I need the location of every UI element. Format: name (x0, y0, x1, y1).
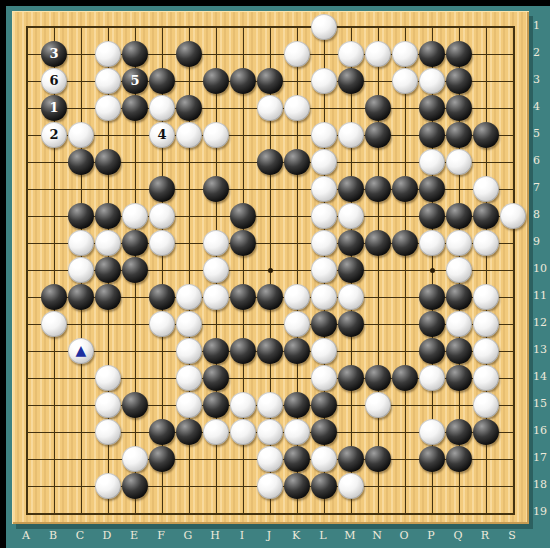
stone-black[interactable] (365, 176, 391, 202)
window-frame-top (0, 0, 550, 6)
stone-white[interactable] (284, 41, 310, 67)
stone-black[interactable] (284, 473, 310, 499)
coordinate-label-row: 4 (530, 100, 550, 113)
stone-white[interactable] (257, 446, 283, 472)
stone-black[interactable] (392, 230, 418, 256)
coordinate-label-column: B (45, 529, 61, 542)
window-frame-left (0, 0, 6, 548)
stone-black[interactable] (446, 41, 472, 67)
move-number-label: 6 (41, 68, 67, 94)
stone-white[interactable] (230, 392, 256, 418)
coordinate-label-row: 10 (530, 262, 550, 275)
coordinate-label-column: L (315, 529, 331, 542)
stone-white[interactable] (338, 284, 364, 310)
stone-black[interactable] (122, 41, 148, 67)
stone-white[interactable] (68, 122, 94, 148)
coordinate-label-column: R (477, 529, 493, 542)
move-number-label: 3 (41, 41, 67, 67)
stone-black[interactable] (338, 311, 364, 337)
stone-white[interactable] (311, 68, 337, 94)
stone-black[interactable] (257, 284, 283, 310)
stone-black[interactable] (419, 122, 445, 148)
stone-white[interactable]: 4 (149, 122, 175, 148)
coordinate-label-row: 8 (530, 208, 550, 221)
coordinate-label-row: 6 (530, 154, 550, 167)
stone-black[interactable] (419, 311, 445, 337)
stone-black[interactable] (149, 68, 175, 94)
stone-white[interactable] (338, 203, 364, 229)
stone-white[interactable] (473, 176, 499, 202)
stone-white[interactable] (257, 95, 283, 121)
stone-black[interactable] (122, 473, 148, 499)
stone-black[interactable] (338, 257, 364, 283)
stone-black[interactable] (149, 446, 175, 472)
stone-white[interactable] (176, 122, 202, 148)
stone-white[interactable] (95, 95, 121, 121)
stone-black[interactable] (419, 446, 445, 472)
stone-white[interactable] (311, 203, 337, 229)
coordinate-label-row: 17 (530, 451, 550, 464)
coordinate-label-column: J (261, 529, 277, 542)
move-number-label: 1 (41, 95, 67, 121)
stone-white[interactable] (392, 41, 418, 67)
stone-black[interactable] (203, 392, 229, 418)
coordinate-label-row: 15 (530, 397, 550, 410)
stone-black[interactable] (149, 419, 175, 445)
stone-white[interactable] (338, 41, 364, 67)
stone-white[interactable] (473, 365, 499, 391)
stone-black[interactable] (95, 203, 121, 229)
stone-black[interactable] (203, 68, 229, 94)
stone-white[interactable] (95, 41, 121, 67)
stone-white[interactable] (257, 473, 283, 499)
coordinate-label-row: 5 (530, 127, 550, 140)
stone-black[interactable] (338, 230, 364, 256)
stone-black[interactable] (365, 446, 391, 472)
stone-black[interactable] (122, 230, 148, 256)
stone-black[interactable] (419, 95, 445, 121)
stone-black[interactable] (311, 392, 337, 418)
coordinate-label-column: O (396, 529, 412, 542)
stone-black[interactable] (446, 446, 472, 472)
stone-white[interactable] (122, 203, 148, 229)
stone-black[interactable] (419, 41, 445, 67)
move-number-label: 4 (149, 122, 175, 148)
stone-white[interactable] (176, 284, 202, 310)
coordinate-label-row: 3 (530, 73, 550, 86)
stone-white[interactable] (446, 257, 472, 283)
coordinate-label-column: Q (450, 529, 466, 542)
stone-white[interactable] (257, 419, 283, 445)
stone-black[interactable] (257, 68, 283, 94)
stone-black[interactable] (230, 203, 256, 229)
stone-black[interactable] (203, 176, 229, 202)
coordinate-label-row: 7 (530, 181, 550, 194)
stone-white[interactable] (203, 419, 229, 445)
stone-black[interactable] (95, 284, 121, 310)
move-number-label: 2 (41, 122, 67, 148)
stone-white[interactable] (149, 230, 175, 256)
stone-white[interactable] (257, 392, 283, 418)
stone-black[interactable] (122, 95, 148, 121)
move-number-label: 5 (122, 68, 148, 94)
stone-white[interactable] (311, 446, 337, 472)
stone-white[interactable] (95, 419, 121, 445)
stone-white[interactable] (284, 311, 310, 337)
stone-black[interactable] (446, 284, 472, 310)
stone-black[interactable] (230, 338, 256, 364)
stone-white[interactable] (41, 311, 67, 337)
stone-black[interactable] (284, 446, 310, 472)
stone-white[interactable]: ▲ (68, 338, 94, 364)
stone-white[interactable] (311, 230, 337, 256)
stone-black[interactable] (230, 68, 256, 94)
coordinate-label-column: H (207, 529, 223, 542)
coordinate-label-column: C (72, 529, 88, 542)
stone-white[interactable] (473, 338, 499, 364)
coordinate-label-row: 1 (530, 19, 550, 32)
stone-white[interactable] (311, 338, 337, 364)
stone-black[interactable] (284, 392, 310, 418)
stone-black[interactable] (419, 176, 445, 202)
stone-white[interactable] (419, 419, 445, 445)
stone-black[interactable] (365, 95, 391, 121)
stone-white[interactable] (365, 392, 391, 418)
stone-black[interactable] (446, 419, 472, 445)
stone-white[interactable] (473, 230, 499, 256)
stone-white[interactable] (284, 95, 310, 121)
stone-black[interactable] (257, 149, 283, 175)
stone-white[interactable] (68, 230, 94, 256)
stone-black[interactable] (176, 419, 202, 445)
stone-white[interactable] (338, 473, 364, 499)
stone-black[interactable] (257, 338, 283, 364)
stone-black[interactable] (392, 365, 418, 391)
stone-white[interactable] (203, 284, 229, 310)
stone-white[interactable] (284, 419, 310, 445)
stone-white[interactable] (311, 149, 337, 175)
coordinate-label-row: 14 (530, 370, 550, 383)
app-background: { "game": "go", "board_size": 19, "posit… (0, 0, 550, 548)
stone-black[interactable] (68, 149, 94, 175)
stone-white[interactable] (95, 230, 121, 256)
stone-black[interactable] (95, 149, 121, 175)
stone-black[interactable] (284, 149, 310, 175)
stone-black[interactable] (203, 365, 229, 391)
stone-white[interactable] (419, 149, 445, 175)
stone-white[interactable] (149, 203, 175, 229)
stone-black[interactable] (446, 68, 472, 94)
coordinate-label-column: I (234, 529, 250, 542)
stone-black[interactable] (41, 284, 67, 310)
coordinate-label-row: 12 (530, 316, 550, 329)
stone-black[interactable] (338, 446, 364, 472)
coordinate-label-column: A (18, 529, 34, 542)
coordinate-label-column: D (99, 529, 115, 542)
stone-white[interactable] (176, 392, 202, 418)
coordinate-label-column: F (153, 529, 169, 542)
coordinate-label-column: M (342, 529, 358, 542)
stone-white[interactable] (176, 338, 202, 364)
stone-black[interactable]: 5 (122, 68, 148, 94)
stone-white[interactable] (311, 122, 337, 148)
stone-white[interactable]: 6 (41, 68, 67, 94)
stone-white[interactable] (311, 176, 337, 202)
stone-black[interactable] (392, 176, 418, 202)
stone-black[interactable] (446, 95, 472, 121)
stone-black[interactable] (473, 419, 499, 445)
stone-white[interactable] (176, 365, 202, 391)
stone-black[interactable] (203, 338, 229, 364)
stone-black[interactable] (419, 284, 445, 310)
stone-white[interactable] (95, 68, 121, 94)
stone-white[interactable] (284, 284, 310, 310)
coordinate-label-column: N (369, 529, 385, 542)
stone-black[interactable] (176, 95, 202, 121)
stone-black[interactable] (149, 176, 175, 202)
stone-black[interactable] (365, 230, 391, 256)
stone-white[interactable] (122, 446, 148, 472)
go-board[interactable]: 365124▲ (12, 11, 529, 524)
coordinate-label-column: P (423, 529, 439, 542)
stone-black[interactable] (230, 230, 256, 256)
stone-white[interactable] (68, 257, 94, 283)
coordinate-label-row: 16 (530, 424, 550, 437)
stone-white[interactable] (311, 284, 337, 310)
stone-white[interactable] (203, 122, 229, 148)
triangle-marker: ▲ (68, 338, 94, 363)
stone-black[interactable] (473, 203, 499, 229)
star-point (268, 268, 273, 273)
stone-white[interactable] (176, 311, 202, 337)
stone-white[interactable] (95, 365, 121, 391)
stone-black[interactable] (311, 311, 337, 337)
stone-white[interactable] (473, 311, 499, 337)
stone-black[interactable] (365, 122, 391, 148)
stone-white[interactable] (392, 68, 418, 94)
stone-white[interactable] (95, 473, 121, 499)
stone-white[interactable] (95, 392, 121, 418)
stone-white[interactable] (311, 257, 337, 283)
stone-white[interactable] (311, 14, 337, 40)
stone-white[interactable] (419, 68, 445, 94)
stone-white[interactable] (338, 122, 364, 148)
stone-black[interactable] (419, 338, 445, 364)
coordinate-label-row: 9 (530, 235, 550, 248)
stone-white[interactable] (446, 230, 472, 256)
stone-black[interactable] (95, 257, 121, 283)
stone-black[interactable] (311, 473, 337, 499)
stone-black[interactable] (446, 122, 472, 148)
stone-white[interactable] (473, 284, 499, 310)
coordinate-label-column: S (504, 529, 520, 542)
coordinate-label-row: 13 (530, 343, 550, 356)
stone-black[interactable] (149, 284, 175, 310)
coordinate-label-column: E (126, 529, 142, 542)
coordinate-label-row: 2 (530, 46, 550, 59)
coordinate-label-column: G (180, 529, 196, 542)
coordinate-label-row: 11 (530, 289, 550, 302)
stone-white[interactable] (419, 230, 445, 256)
coordinate-label-row: 18 (530, 478, 550, 491)
stone-white[interactable] (446, 311, 472, 337)
stone-black[interactable] (68, 284, 94, 310)
stone-white[interactable] (473, 392, 499, 418)
stone-white[interactable] (230, 419, 256, 445)
stone-black[interactable] (446, 338, 472, 364)
stone-black[interactable] (419, 203, 445, 229)
stone-white[interactable] (149, 311, 175, 337)
stone-black[interactable] (176, 41, 202, 67)
stone-white[interactable] (311, 365, 337, 391)
stone-black[interactable] (122, 257, 148, 283)
star-point (430, 268, 435, 273)
stone-black[interactable] (230, 284, 256, 310)
stone-white[interactable]: 2 (41, 122, 67, 148)
stone-black[interactable] (473, 122, 499, 148)
stone-black[interactable] (338, 365, 364, 391)
stone-black[interactable] (446, 203, 472, 229)
stone-black[interactable] (365, 365, 391, 391)
stone-black[interactable] (68, 203, 94, 229)
stone-white[interactable] (203, 257, 229, 283)
stone-white[interactable] (500, 203, 526, 229)
stone-black[interactable] (338, 176, 364, 202)
stone-white[interactable] (203, 230, 229, 256)
stone-white[interactable] (149, 95, 175, 121)
coordinate-label-row: 19 (530, 505, 550, 518)
stone-white[interactable] (419, 365, 445, 391)
coordinate-label-column: K (288, 529, 304, 542)
stone-black[interactable] (122, 392, 148, 418)
stone-black[interactable] (284, 338, 310, 364)
stone-black[interactable] (338, 68, 364, 94)
stone-white[interactable] (446, 149, 472, 175)
stone-black[interactable] (311, 419, 337, 445)
stone-white[interactable] (365, 41, 391, 67)
stone-black[interactable]: 1 (41, 95, 67, 121)
stone-black[interactable] (446, 365, 472, 391)
stone-black[interactable]: 3 (41, 41, 67, 67)
